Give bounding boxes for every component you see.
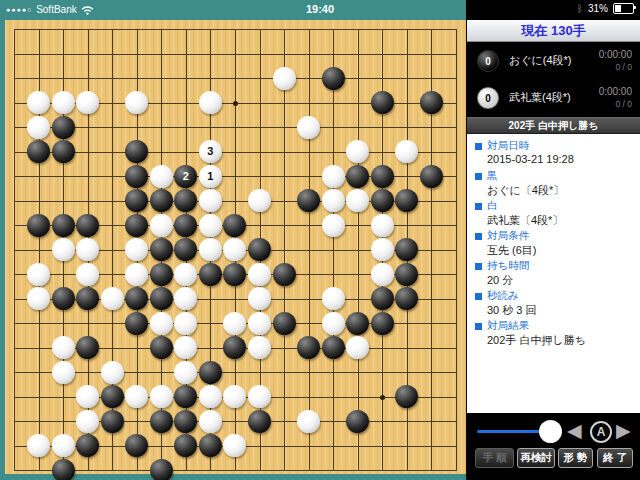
status-bar-right: ᛒ 31%: [466, 0, 640, 20]
status-bar: ●●●●○ SoftBank 19:40 ᛒ 31%: [0, 0, 640, 20]
grid-line: [309, 29, 310, 471]
exit-button[interactable]: 終 了: [597, 448, 633, 468]
white-stone: [150, 385, 173, 408]
white-stone: [76, 263, 99, 286]
info-label: 対局日時: [487, 139, 529, 153]
black-stone: [125, 214, 148, 237]
black-stone: [52, 214, 75, 237]
black-stone: [150, 459, 173, 480]
move-label-stone: 2: [174, 165, 197, 188]
white-stone: [346, 140, 369, 163]
white-stone: [52, 361, 75, 384]
black-stone: [174, 214, 197, 237]
carrier-label: SoftBank: [36, 4, 77, 15]
info-item-result: 対局結果 202手 白中押し勝ち: [467, 319, 640, 347]
white-stone: [248, 263, 271, 286]
white-stone: [199, 238, 222, 261]
info-label: 秒読み: [487, 289, 519, 303]
white-stone: [199, 385, 222, 408]
white-time: 0:00:00: [599, 86, 632, 98]
black-stone: [101, 410, 124, 433]
info-label: 黒: [487, 169, 498, 183]
black-stone: [371, 287, 394, 310]
white-stone: [76, 91, 99, 114]
info-label: 対局条件: [487, 229, 529, 243]
black-stone: [371, 312, 394, 335]
white-stone: [248, 385, 271, 408]
white-stone: [52, 91, 75, 114]
grid-line: [333, 29, 334, 471]
white-stone: [371, 263, 394, 286]
white-stone: [248, 336, 271, 359]
move-slider-knob[interactable]: [539, 420, 562, 443]
bullet-icon: [475, 173, 482, 180]
white-stone: [150, 312, 173, 335]
info-value: おぐに〔4段*〕: [467, 183, 640, 197]
black-stone: [199, 263, 222, 286]
black-stone: [395, 238, 418, 261]
signal-strength-icon: ●●●●○: [6, 6, 32, 13]
bullet-icon: [475, 203, 482, 210]
info-label: 持ち時間: [487, 259, 529, 273]
black-stone: [223, 214, 246, 237]
white-stone: [297, 116, 320, 139]
black-stone: [322, 67, 345, 90]
white-stone: [223, 434, 246, 457]
white-stone: [223, 385, 246, 408]
bullet-icon: [475, 233, 482, 240]
result-bar: 202手 白中押し勝ち: [467, 117, 640, 134]
info-value: 互先 (6目): [467, 243, 640, 257]
white-stone: [27, 91, 50, 114]
white-stone: [174, 263, 197, 286]
black-stone: [395, 385, 418, 408]
black-stone: [27, 140, 50, 163]
black-stone: [76, 434, 99, 457]
black-stone: [125, 165, 148, 188]
black-stone: [174, 189, 197, 212]
carrier-group: ●●●●○ SoftBank: [6, 4, 94, 15]
black-stone: [125, 189, 148, 212]
battery-icon: [613, 3, 634, 14]
black-stone: [150, 263, 173, 286]
black-stone: [346, 312, 369, 335]
black-stone: [420, 91, 443, 114]
white-player-name: 武礼葉(4段*): [509, 90, 571, 105]
grid-line: [456, 29, 457, 471]
wifi-icon: [81, 5, 94, 15]
white-stone: [223, 312, 246, 335]
player-list: 0 おぐに(4段*) 0:00:00 0 / 0 0 武礼葉(4段*) 0:00…: [467, 42, 640, 117]
go-board[interactable]: 321: [5, 20, 466, 474]
white-stone: [76, 238, 99, 261]
bluetooth-icon: ᛒ: [577, 3, 583, 14]
grid-line: [14, 29, 15, 471]
black-stone: [125, 140, 148, 163]
black-stone: [76, 214, 99, 237]
black-player-clock: 0:00:00 0 / 0: [599, 49, 632, 73]
black-stone: [52, 140, 75, 163]
black-stone: [125, 434, 148, 457]
white-stone: [76, 385, 99, 408]
black-stone: [101, 385, 124, 408]
white-stone: [101, 287, 124, 310]
white-stone: [125, 238, 148, 261]
estimate-button[interactable]: 形 勢: [558, 448, 593, 468]
status-time: 19:40: [288, 3, 352, 15]
black-stone: [174, 238, 197, 261]
game-info-list: 対局日時 2015-03-21 19:28 黒 おぐに〔4段*〕 白 武礼葉〔4…: [467, 134, 640, 413]
black-stone: [76, 336, 99, 359]
black-stone: [395, 263, 418, 286]
info-value: 武礼葉〔4段*〕: [467, 213, 640, 227]
black-stone: [297, 336, 320, 359]
white-stone: [52, 336, 75, 359]
review-button[interactable]: 再検討: [517, 448, 555, 468]
black-stone: [395, 287, 418, 310]
black-stone: [150, 336, 173, 359]
white-stone: [174, 312, 197, 335]
black-periods: 0 / 0: [599, 61, 632, 73]
white-player-clock: 0:00:00 0 / 0: [599, 86, 632, 110]
grid-line: [358, 29, 359, 471]
black-stone: [174, 410, 197, 433]
info-value: 30 秒 3 回: [467, 303, 640, 317]
black-stone: [371, 165, 394, 188]
black-stone: [27, 214, 50, 237]
black-stone: [322, 336, 345, 359]
bullet-icon: [475, 263, 482, 270]
black-stone: [248, 238, 271, 261]
side-panel: 現在 130手 0 おぐに(4段*) 0:00:00 0 / 0 0 武礼葉(4…: [466, 20, 640, 480]
white-stone: [27, 287, 50, 310]
black-stone: [150, 238, 173, 261]
black-player-name: おぐに(4段*): [509, 53, 572, 68]
black-stone: [150, 287, 173, 310]
black-stone: [150, 410, 173, 433]
move-label-stone: 3: [199, 140, 222, 163]
black-stone: [52, 116, 75, 139]
black-stone: [199, 361, 222, 384]
white-stone: [27, 434, 50, 457]
white-stone: [199, 91, 222, 114]
black-stone: [174, 385, 197, 408]
white-stone: [322, 287, 345, 310]
white-stone: [174, 287, 197, 310]
current-move-header: 現在 130手: [467, 20, 640, 42]
white-stone: [101, 361, 124, 384]
bullet-icon: [475, 323, 482, 330]
next-move-button[interactable]: ▶: [616, 419, 631, 443]
white-stone: [52, 238, 75, 261]
black-stone: [248, 410, 271, 433]
board-area: 321: [0, 20, 466, 480]
white-stone: [371, 238, 394, 261]
white-stone: [248, 312, 271, 335]
bullet-icon: [475, 143, 482, 150]
black-stone: [125, 312, 148, 335]
info-item-date: 対局日時 2015-03-21 19:28: [467, 139, 640, 167]
black-stone: [52, 287, 75, 310]
white-stone: [248, 189, 271, 212]
black-stone: [199, 434, 222, 457]
white-stone: [125, 263, 148, 286]
black-stone: [52, 459, 75, 480]
info-item-byoyomi: 秒読み 30 秒 3 回: [467, 289, 640, 317]
star-point: [380, 395, 385, 400]
white-stone: [125, 385, 148, 408]
black-stone: [420, 165, 443, 188]
info-label: 対局結果: [487, 319, 529, 333]
black-stone: [346, 410, 369, 433]
white-captures-stone-icon: 0: [477, 87, 499, 109]
grid-line: [284, 29, 285, 471]
white-stone: [174, 336, 197, 359]
auto-play-button[interactable]: A: [590, 421, 612, 443]
black-time: 0:00:00: [599, 49, 632, 61]
info-label: 白: [487, 199, 498, 213]
white-stone: [346, 189, 369, 212]
black-stone: [223, 263, 246, 286]
star-point: [233, 101, 238, 106]
white-stone: [199, 189, 222, 212]
white-stone: [150, 214, 173, 237]
black-stone: [273, 312, 296, 335]
black-stone: [174, 434, 197, 457]
white-stone: [322, 214, 345, 237]
info-item-conditions: 対局条件 互先 (6目): [467, 229, 640, 257]
white-stone: [125, 91, 148, 114]
white-stone: [371, 214, 394, 237]
playback-controls: ◀ A ▶ 手 順 再検討 形 勢 終 了: [467, 413, 640, 480]
white-stone: [199, 214, 222, 237]
black-stone: [297, 189, 320, 212]
white-stone: [322, 312, 345, 335]
info-value: 20 分: [467, 273, 640, 287]
white-stone: [52, 434, 75, 457]
white-stone: [76, 410, 99, 433]
moves-button[interactable]: 手 順: [475, 448, 514, 468]
white-stone: [27, 116, 50, 139]
black-stone: [76, 287, 99, 310]
info-value: 202手 白中押し勝ち: [467, 333, 640, 347]
black-captures-stone-icon: 0: [477, 50, 499, 72]
black-stone: [273, 263, 296, 286]
black-stone: [125, 287, 148, 310]
white-stone: [297, 410, 320, 433]
player-row-white[interactable]: 0 武礼葉(4段*) 0:00:00 0 / 0: [467, 79, 640, 116]
info-item-white: 白 武礼葉〔4段*〕: [467, 199, 640, 227]
white-stone: [199, 410, 222, 433]
white-stone: [395, 140, 418, 163]
white-stone: [27, 263, 50, 286]
info-item-black: 黒 おぐに〔4段*〕: [467, 169, 640, 197]
white-stone: [248, 287, 271, 310]
status-bar-left: ●●●●○ SoftBank 19:40: [0, 0, 466, 20]
black-stone: [371, 189, 394, 212]
battery-group: ᛒ 31%: [577, 3, 634, 14]
white-stone: [322, 189, 345, 212]
white-stone: [174, 361, 197, 384]
bullet-icon: [475, 293, 482, 300]
move-label-stone: 1: [199, 165, 222, 188]
white-stone: [346, 336, 369, 359]
white-stone: [273, 67, 296, 90]
white-stone: [322, 165, 345, 188]
white-periods: 0 / 0: [599, 98, 632, 110]
player-row-black[interactable]: 0 おぐに(4段*) 0:00:00 0 / 0: [467, 42, 640, 79]
previous-move-button[interactable]: ◀: [567, 419, 582, 443]
black-stone: [150, 189, 173, 212]
info-item-main-time: 持ち時間 20 分: [467, 259, 640, 287]
black-stone: [371, 91, 394, 114]
white-stone: [223, 238, 246, 261]
battery-percent-label: 31%: [588, 3, 608, 14]
info-value: 2015-03-21 19:28: [467, 153, 640, 167]
white-stone: [150, 165, 173, 188]
black-stone: [395, 189, 418, 212]
black-stone: [223, 336, 246, 359]
black-stone: [346, 165, 369, 188]
